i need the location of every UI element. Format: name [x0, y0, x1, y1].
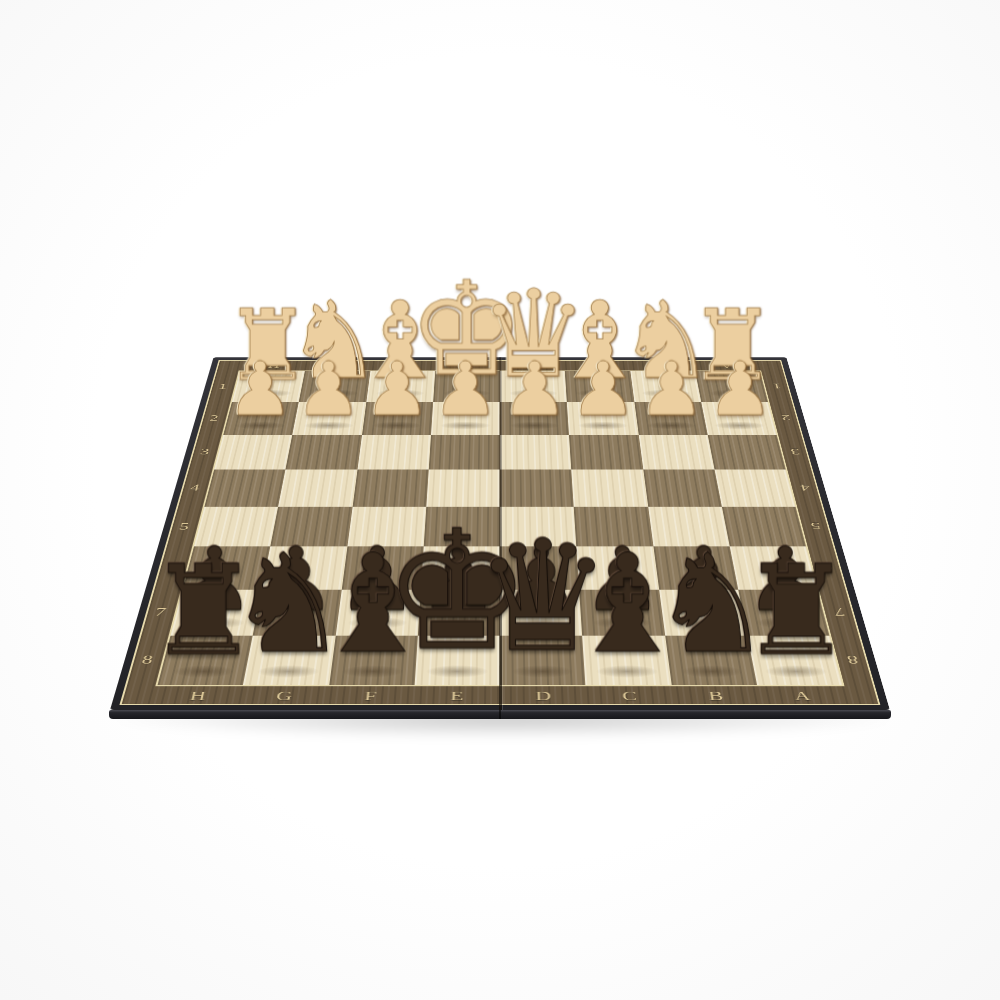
board-grid — [155, 370, 845, 686]
board-side-edge — [109, 710, 891, 719]
square-c1[interactable] — [565, 371, 634, 402]
square-f1[interactable] — [366, 371, 435, 402]
square-a1[interactable] — [695, 371, 768, 402]
square-b1[interactable] — [630, 371, 701, 402]
square-f8[interactable] — [329, 635, 418, 685]
square-f4[interactable] — [352, 469, 428, 506]
square-h7[interactable] — [171, 589, 262, 635]
square-d2[interactable] — [500, 402, 569, 435]
square-d6[interactable] — [500, 547, 579, 590]
square-c7[interactable] — [579, 589, 664, 635]
square-a6[interactable] — [730, 547, 818, 590]
square-c8[interactable] — [582, 635, 671, 685]
square-g2[interactable] — [293, 402, 366, 435]
square-h3[interactable] — [214, 435, 292, 470]
square-e7[interactable] — [418, 589, 500, 635]
square-g7[interactable] — [253, 589, 341, 635]
square-b3[interactable] — [638, 435, 714, 470]
square-f5[interactable] — [347, 507, 426, 547]
square-h8[interactable] — [158, 635, 253, 685]
square-e2[interactable] — [431, 402, 500, 435]
square-a3[interactable] — [707, 435, 785, 470]
square-e1[interactable] — [433, 371, 500, 402]
square-e6[interactable] — [421, 547, 500, 590]
square-a8[interactable] — [747, 635, 842, 685]
square-h4[interactable] — [204, 469, 285, 506]
chess-set-photo: HGFEDCBA HGFEDCBA 12345678 12345678 ♜♞♝♚… — [0, 0, 1000, 1000]
square-b8[interactable] — [665, 635, 757, 685]
square-f6[interactable] — [341, 547, 423, 590]
square-c6[interactable] — [577, 547, 659, 590]
square-e5[interactable] — [423, 507, 500, 547]
square-h5[interactable] — [194, 507, 278, 547]
square-g8[interactable] — [243, 635, 335, 685]
square-d5[interactable] — [500, 507, 577, 547]
square-c2[interactable] — [567, 402, 638, 435]
square-d4[interactable] — [500, 469, 574, 506]
square-g4[interactable] — [278, 469, 357, 506]
square-b4[interactable] — [643, 469, 722, 506]
square-d1[interactable] — [500, 371, 567, 402]
square-a7[interactable] — [738, 589, 829, 635]
chessboard: HGFEDCBA HGFEDCBA 12345678 12345678 ♜♞♝♚… — [110, 357, 890, 710]
square-b7[interactable] — [659, 589, 747, 635]
square-c5[interactable] — [574, 507, 653, 547]
square-d8[interactable] — [500, 635, 586, 685]
square-e4[interactable] — [426, 469, 500, 506]
square-e3[interactable] — [429, 435, 500, 470]
square-f3[interactable] — [357, 435, 431, 470]
square-g1[interactable] — [299, 371, 370, 402]
square-b6[interactable] — [653, 547, 738, 590]
square-d7[interactable] — [500, 589, 582, 635]
square-c4[interactable] — [571, 469, 647, 506]
square-c3[interactable] — [569, 435, 643, 470]
square-b2[interactable] — [634, 402, 707, 435]
square-a5[interactable] — [722, 507, 806, 547]
square-a2[interactable] — [701, 402, 777, 435]
square-b5[interactable] — [648, 507, 730, 547]
square-a4[interactable] — [714, 469, 795, 506]
square-f7[interactable] — [335, 589, 420, 635]
square-e8[interactable] — [414, 635, 500, 685]
square-g6[interactable] — [262, 547, 347, 590]
square-h1[interactable] — [232, 371, 305, 402]
square-f2[interactable] — [362, 402, 433, 435]
square-g3[interactable] — [286, 435, 362, 470]
square-d3[interactable] — [500, 435, 571, 470]
square-g5[interactable] — [270, 507, 352, 547]
square-h2[interactable] — [223, 402, 299, 435]
square-h6[interactable] — [183, 547, 271, 590]
